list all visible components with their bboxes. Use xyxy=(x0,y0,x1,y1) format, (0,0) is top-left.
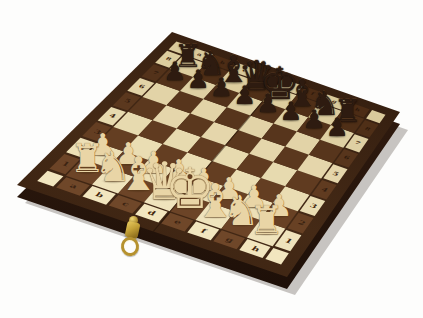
piece-white-rook-h1[interactable]: ♜ xyxy=(243,201,290,240)
piece-black-pawn-h7[interactable]: ♟ xyxy=(322,115,353,141)
chess-board: aa11bb22cc33dd44ee55ff66gg77hh88♜♞♟♝♟♛♟♚… xyxy=(0,0,423,318)
chess-set-photo: aa11bb22cc33dd44ee55ff66gg77hh88♜♞♟♝♟♛♟♚… xyxy=(0,0,423,318)
